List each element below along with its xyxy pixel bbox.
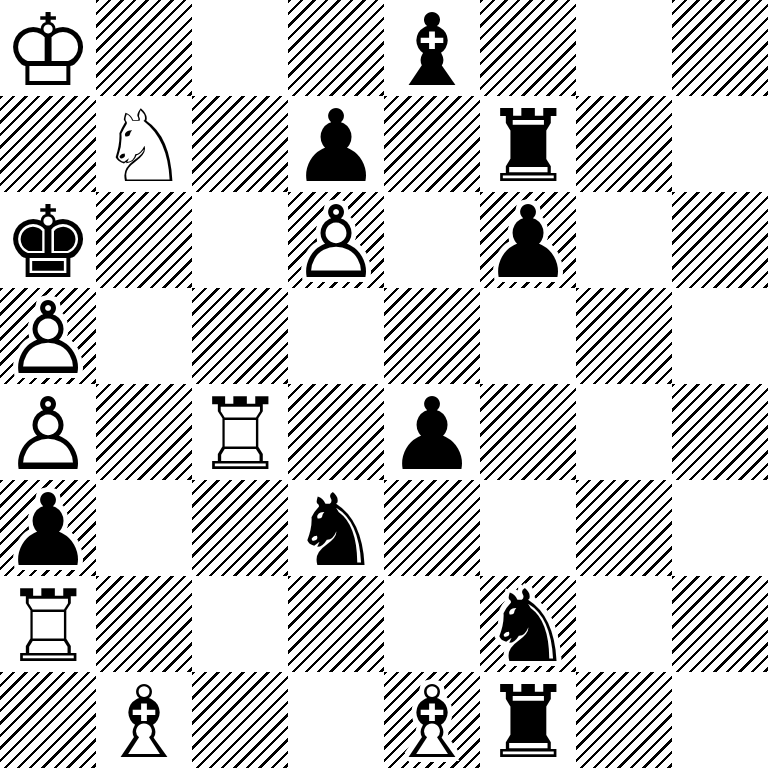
square-g4[interactable] (576, 384, 672, 480)
white-pawn-icon: ♙ (0, 387, 96, 483)
square-f3[interactable] (480, 480, 576, 576)
square-g3[interactable] (576, 480, 672, 576)
chess-board: ♚♔♝♝♞♘♟♟♜♜♚♚♟♙♟♟♟♙♟♙♜♖♟♟♟♟♞♞♜♖♞♞♝♗♝♗♜♜ (0, 0, 768, 768)
square-c3[interactable] (192, 480, 288, 576)
piece-white-knight: ♞♘ (96, 96, 192, 192)
square-b3[interactable] (96, 480, 192, 576)
piece-black-pawn: ♟♟ (0, 480, 96, 576)
white-bishop-icon: ♗ (96, 675, 192, 768)
white-rook-icon: ♖ (0, 579, 96, 675)
square-a1[interactable] (0, 672, 96, 768)
square-b2[interactable] (96, 576, 192, 672)
white-rook-icon: ♖ (192, 387, 288, 483)
square-h8[interactable] (672, 0, 768, 96)
black-knight-icon: ♞ (480, 579, 576, 675)
square-c6[interactable] (192, 192, 288, 288)
square-f5[interactable] (480, 288, 576, 384)
square-c7[interactable] (192, 96, 288, 192)
square-e7[interactable] (384, 96, 480, 192)
square-c4[interactable]: ♜♖ (192, 384, 288, 480)
square-e5[interactable] (384, 288, 480, 384)
square-b7[interactable]: ♞♘ (96, 96, 192, 192)
square-d5[interactable] (288, 288, 384, 384)
square-a4[interactable]: ♟♙ (0, 384, 96, 480)
square-d7[interactable]: ♟♟ (288, 96, 384, 192)
piece-black-bishop: ♝♝ (384, 0, 480, 96)
square-a2[interactable]: ♜♖ (0, 576, 96, 672)
square-a8[interactable]: ♚♔ (0, 0, 96, 96)
black-pawn-icon: ♟ (480, 195, 576, 291)
black-pawn-icon: ♟ (288, 99, 384, 195)
piece-white-bishop: ♝♗ (384, 672, 480, 768)
piece-white-bishop: ♝♗ (96, 672, 192, 768)
piece-white-pawn: ♟♙ (0, 288, 96, 384)
square-f1[interactable]: ♜♜ (480, 672, 576, 768)
white-pawn-icon: ♙ (0, 291, 96, 387)
square-c2[interactable] (192, 576, 288, 672)
piece-black-rook: ♜♜ (480, 672, 576, 768)
square-e4[interactable]: ♟♟ (384, 384, 480, 480)
white-pawn-icon: ♙ (288, 195, 384, 291)
square-f8[interactable] (480, 0, 576, 96)
square-d6[interactable]: ♟♙ (288, 192, 384, 288)
square-h2[interactable] (672, 576, 768, 672)
square-a5[interactable]: ♟♙ (0, 288, 96, 384)
square-e3[interactable] (384, 480, 480, 576)
square-b5[interactable] (96, 288, 192, 384)
piece-black-rook: ♜♜ (480, 96, 576, 192)
square-d3[interactable]: ♞♞ (288, 480, 384, 576)
square-h7[interactable] (672, 96, 768, 192)
square-f6[interactable]: ♟♟ (480, 192, 576, 288)
piece-black-knight: ♞♞ (288, 480, 384, 576)
square-e2[interactable] (384, 576, 480, 672)
black-knight-icon: ♞ (288, 483, 384, 579)
square-c1[interactable] (192, 672, 288, 768)
piece-white-pawn: ♟♙ (0, 384, 96, 480)
black-pawn-icon: ♟ (0, 483, 96, 579)
square-f2[interactable]: ♞♞ (480, 576, 576, 672)
square-g5[interactable] (576, 288, 672, 384)
square-g8[interactable] (576, 0, 672, 96)
square-b4[interactable] (96, 384, 192, 480)
black-bishop-icon: ♝ (384, 3, 480, 99)
piece-black-pawn: ♟♟ (480, 192, 576, 288)
square-g2[interactable] (576, 576, 672, 672)
black-rook-icon: ♜ (480, 675, 576, 768)
black-pawn-icon: ♟ (384, 387, 480, 483)
square-b6[interactable] (96, 192, 192, 288)
square-d1[interactable] (288, 672, 384, 768)
square-a6[interactable]: ♚♚ (0, 192, 96, 288)
white-knight-icon: ♘ (96, 99, 192, 195)
square-a3[interactable]: ♟♟ (0, 480, 96, 576)
square-f7[interactable]: ♜♜ (480, 96, 576, 192)
black-rook-icon: ♜ (480, 99, 576, 195)
square-e6[interactable] (384, 192, 480, 288)
square-b8[interactable] (96, 0, 192, 96)
square-e8[interactable]: ♝♝ (384, 0, 480, 96)
piece-white-pawn: ♟♙ (288, 192, 384, 288)
piece-white-rook: ♜♖ (0, 576, 96, 672)
piece-black-pawn: ♟♟ (384, 384, 480, 480)
square-d8[interactable] (288, 0, 384, 96)
piece-black-knight: ♞♞ (480, 576, 576, 672)
square-h4[interactable] (672, 384, 768, 480)
square-d2[interactable] (288, 576, 384, 672)
square-c8[interactable] (192, 0, 288, 96)
piece-black-pawn: ♟♟ (288, 96, 384, 192)
square-g7[interactable] (576, 96, 672, 192)
square-b1[interactable]: ♝♗ (96, 672, 192, 768)
square-a7[interactable] (0, 96, 96, 192)
black-king-icon: ♚ (0, 195, 96, 291)
square-e1[interactable]: ♝♗ (384, 672, 480, 768)
white-bishop-icon: ♗ (384, 675, 480, 768)
piece-black-king: ♚♚ (0, 192, 96, 288)
square-h3[interactable] (672, 480, 768, 576)
square-g6[interactable] (576, 192, 672, 288)
square-h1[interactable] (672, 672, 768, 768)
square-f4[interactable] (480, 384, 576, 480)
square-c5[interactable] (192, 288, 288, 384)
white-king-icon: ♔ (0, 3, 96, 99)
square-h6[interactable] (672, 192, 768, 288)
square-d4[interactable] (288, 384, 384, 480)
piece-white-king: ♚♔ (0, 0, 96, 96)
piece-white-rook: ♜♖ (192, 384, 288, 480)
square-g1[interactable] (576, 672, 672, 768)
square-h5[interactable] (672, 288, 768, 384)
